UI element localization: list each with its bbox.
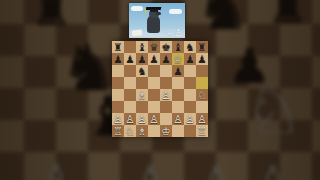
black-pawn-piece: ♟	[197, 53, 206, 65]
square-h5[interactable]	[196, 77, 208, 89]
square-f2[interactable]: ♙	[172, 113, 184, 125]
black-pawn-piece: ♟	[125, 53, 134, 65]
white-pawn-piece: ♙	[125, 113, 134, 125]
square-f6[interactable]: ♟	[172, 65, 184, 77]
black-bishop-piece: ♝	[173, 41, 182, 53]
white-pawn-piece: ♙	[173, 113, 182, 125]
black-pawn-piece: ♟	[173, 65, 182, 77]
square-g2[interactable]: ♙	[184, 113, 196, 125]
square-d1[interactable]	[148, 125, 160, 137]
square-b2[interactable]: ♙	[124, 113, 136, 125]
square-b8[interactable]	[124, 41, 136, 53]
square-h2[interactable]: ♙	[196, 113, 208, 125]
square-b4[interactable]	[124, 89, 136, 101]
square-h4[interactable]: ♘	[196, 89, 208, 101]
square-a3[interactable]	[112, 101, 124, 113]
white-pawn-piece: ♙	[161, 89, 170, 101]
thumbnail[interactable]: ♕♙	[129, 3, 185, 38]
white-knight-piece: ♘	[197, 89, 206, 101]
white-pawn-piece: ♙	[197, 113, 206, 125]
square-f8[interactable]: ♝	[172, 41, 184, 53]
square-d3[interactable]	[148, 101, 160, 113]
square-f7[interactable]: ♕	[172, 53, 184, 65]
white-chess-pieces-illustration: ♕♙	[165, 28, 183, 38]
square-c4[interactable]: ♗	[136, 89, 148, 101]
black-pawn-piece: ♟	[113, 53, 122, 65]
white-king-piece: ♔	[161, 125, 170, 137]
black-knight-piece: ♞	[185, 41, 194, 53]
video-frame: ♜♞♜♞♝♟♘♙♙♙♙ ♕♙ ♜♝♛♚♝♞♜♟♟♟♟♟♕♟♟♞♟♗♙♘♙♙♙♙♙…	[0, 0, 320, 180]
square-f5[interactable]	[172, 77, 184, 89]
cloud-shape	[131, 6, 143, 11]
black-rook-piece: ♜	[197, 41, 206, 53]
black-rook-piece: ♜	[113, 41, 122, 53]
cloud-shape	[169, 9, 182, 14]
square-b3[interactable]	[124, 101, 136, 113]
square-c3[interactable]	[136, 101, 148, 113]
square-f1[interactable]	[172, 125, 184, 137]
black-bishop-piece: ♝	[137, 41, 146, 53]
square-c1[interactable]: ♗	[136, 125, 148, 137]
square-d5[interactable]	[148, 77, 160, 89]
square-a6[interactable]	[112, 65, 124, 77]
square-c7[interactable]: ♟	[136, 53, 148, 65]
black-pawn-piece: ♟	[149, 53, 158, 65]
black-knight-piece: ♞	[137, 65, 146, 77]
chess-board: ♜♝♛♚♝♞♜♟♟♟♟♟♕♟♟♞♟♗♙♘♙♙♙♙♙♙♙♖♘♗♔♖	[112, 41, 208, 137]
square-c2[interactable]: ♙	[136, 113, 148, 125]
black-pawn-piece: ♟	[161, 53, 170, 65]
white-bishop-piece: ♗	[137, 89, 146, 101]
square-g3[interactable]	[184, 101, 196, 113]
square-a7[interactable]: ♟	[112, 53, 124, 65]
square-c8[interactable]: ♝	[136, 41, 148, 53]
dog-ear	[156, 12, 161, 15]
square-g1[interactable]	[184, 125, 196, 137]
square-e2[interactable]	[160, 113, 172, 125]
square-a8[interactable]: ♜	[112, 41, 124, 53]
graduation-cap-tassel	[145, 8, 146, 14]
square-b5[interactable]	[124, 77, 136, 89]
square-a2[interactable]: ♙	[112, 113, 124, 125]
square-c6[interactable]: ♞	[136, 65, 148, 77]
square-e1[interactable]: ♔	[160, 125, 172, 137]
white-rook-piece: ♖	[113, 125, 122, 137]
square-b6[interactable]	[124, 65, 136, 77]
square-g4[interactable]	[184, 89, 196, 101]
white-pawn-piece: ♙	[149, 113, 158, 125]
square-a4[interactable]	[112, 89, 124, 101]
white-bishop-piece: ♗	[137, 125, 146, 137]
square-d2[interactable]: ♙	[148, 113, 160, 125]
white-pawn-piece: ♙	[185, 113, 194, 125]
black-queen-piece: ♛	[149, 41, 158, 53]
square-g7[interactable]: ♟	[184, 53, 196, 65]
square-b1[interactable]: ♘	[124, 125, 136, 137]
square-h6[interactable]	[196, 65, 208, 77]
square-a1[interactable]: ♖	[112, 125, 124, 137]
square-f3[interactable]	[172, 101, 184, 113]
square-e6[interactable]	[160, 65, 172, 77]
square-g6[interactable]	[184, 65, 196, 77]
square-e7[interactable]: ♟	[160, 53, 172, 65]
diploma-shape	[132, 29, 143, 36]
white-queen-piece: ♕	[173, 53, 182, 65]
white-pawn-piece: ♙	[113, 113, 122, 125]
white-knight-piece: ♘	[125, 125, 134, 137]
square-h8[interactable]: ♜	[196, 41, 208, 53]
black-pawn-piece: ♟	[185, 53, 194, 65]
graduation-cap-base	[150, 9, 158, 12]
square-h3[interactable]	[196, 101, 208, 113]
square-d4[interactable]	[148, 89, 160, 101]
white-rook-piece: ♖	[197, 125, 206, 137]
square-d8[interactable]: ♛	[148, 41, 160, 53]
black-pawn-piece: ♟	[137, 53, 146, 65]
white-pawn-piece: ♙	[137, 113, 146, 125]
square-e3[interactable]	[160, 101, 172, 113]
square-a5[interactable]	[112, 77, 124, 89]
square-e8[interactable]: ♚	[160, 41, 172, 53]
square-d6[interactable]	[148, 65, 160, 77]
square-g5[interactable]	[184, 77, 196, 89]
square-e5[interactable]	[160, 77, 172, 89]
square-d7[interactable]: ♟	[148, 53, 160, 65]
square-b7[interactable]: ♟	[124, 53, 136, 65]
square-g8[interactable]: ♞	[184, 41, 196, 53]
square-h1[interactable]: ♖	[196, 125, 208, 137]
square-h7[interactable]: ♟	[196, 53, 208, 65]
square-e4[interactable]: ♙	[160, 89, 172, 101]
square-f4[interactable]	[172, 89, 184, 101]
square-c5[interactable]	[136, 77, 148, 89]
black-king-piece: ♚	[161, 41, 170, 53]
